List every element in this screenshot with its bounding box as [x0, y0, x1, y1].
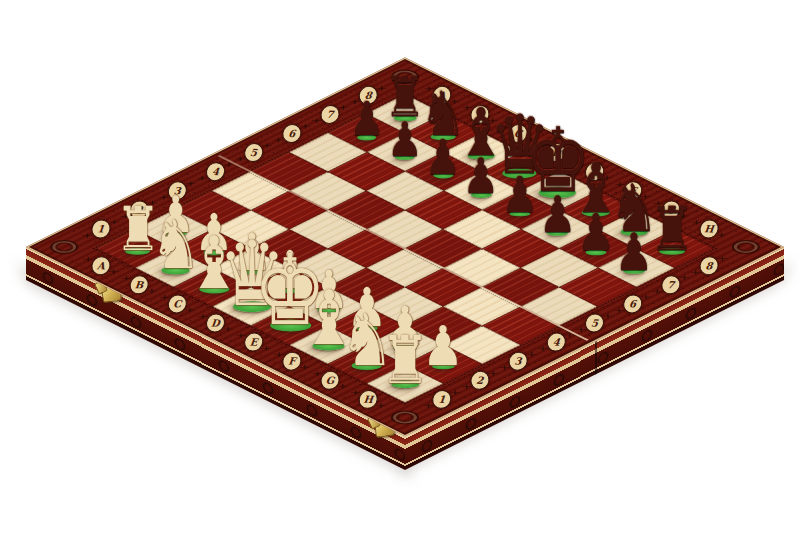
pieces-layer: ♜♞♝♛♚♝♞♜♟♟♟♟♟♟♟♟♟♟♟♟♟♟♟♟♜♞♝♛♚♝♞♜ [0, 0, 800, 533]
rook-glyph: ♜ [380, 335, 430, 387]
pawn-glyph: ♟ [349, 102, 384, 139]
pawn-glyph: ♟ [577, 213, 615, 253]
piece-white-rook[interactable]: ♜ [375, 335, 434, 387]
piece-black-pawn[interactable]: ♟ [422, 139, 465, 177]
pawn-glyph: ♟ [463, 158, 500, 196]
pawn-glyph: ♟ [501, 176, 538, 215]
chess-set-photo: ✕A✕✕B✕✕C✕✕D✕✕E✕✕F✕✕G✕✕H✕ ✕A✕✕B✕✕C✕✕D✕✕E✕… [0, 0, 800, 533]
pawn-glyph: ♟ [539, 195, 577, 234]
pawn-glyph: ♟ [615, 232, 654, 272]
pawn-glyph: ♟ [387, 120, 423, 157]
piece-black-pawn[interactable]: ♟ [384, 120, 427, 157]
piece-black-pawn[interactable]: ♟ [346, 102, 388, 139]
piece-black-pawn[interactable]: ♟ [611, 232, 657, 272]
pawn-glyph: ♟ [425, 139, 461, 177]
